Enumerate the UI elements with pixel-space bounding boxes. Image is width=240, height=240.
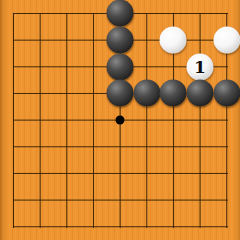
board-cell[interactable] [80, 133, 107, 160]
move-number-label: 1 [186, 53, 213, 80]
board-cell[interactable] [0, 187, 27, 214]
board-cell[interactable] [27, 53, 54, 80]
board-cell[interactable] [187, 213, 214, 240]
board-cell[interactable] [160, 27, 187, 54]
board-cell[interactable] [213, 133, 240, 160]
board-cell[interactable] [160, 107, 187, 134]
black-stone [106, 0, 133, 27]
board-cell[interactable] [0, 133, 27, 160]
board-cell[interactable] [107, 160, 134, 187]
board-cell[interactable] [0, 107, 27, 134]
board-cell[interactable] [107, 107, 134, 134]
board-cell[interactable] [213, 107, 240, 134]
board-cell[interactable] [133, 27, 160, 54]
board-cell[interactable] [0, 160, 27, 187]
board-cell[interactable] [133, 107, 160, 134]
black-stone [133, 80, 160, 107]
board-cell[interactable] [80, 53, 107, 80]
board-cell[interactable] [213, 80, 240, 107]
board-cell[interactable]: 1 [187, 53, 214, 80]
board-cell[interactable] [80, 0, 107, 27]
board-cell[interactable] [80, 160, 107, 187]
board-cell[interactable] [27, 133, 54, 160]
black-stone [213, 80, 240, 107]
board-cell[interactable] [107, 27, 134, 54]
white-stone [213, 26, 240, 53]
board-cell[interactable] [133, 160, 160, 187]
board-cell[interactable] [133, 80, 160, 107]
board-cell[interactable] [80, 187, 107, 214]
board-cell[interactable] [187, 27, 214, 54]
board-cell[interactable] [187, 160, 214, 187]
white-stone [160, 26, 187, 53]
board-cell[interactable] [0, 0, 27, 27]
board-cell[interactable] [213, 187, 240, 214]
board-cell[interactable] [0, 213, 27, 240]
board-cell[interactable] [0, 27, 27, 54]
black-stone [106, 26, 133, 53]
board-cell[interactable] [133, 133, 160, 160]
black-stone [106, 80, 133, 107]
star-point [115, 115, 124, 124]
white-stone: 1 [186, 53, 213, 80]
board-cell[interactable] [53, 0, 80, 27]
board-cell[interactable] [160, 187, 187, 214]
black-stone [160, 80, 187, 107]
board-cell[interactable] [160, 213, 187, 240]
board-cell[interactable] [107, 213, 134, 240]
board-cell[interactable] [187, 0, 214, 27]
board-cell[interactable] [133, 53, 160, 80]
board-cell[interactable] [213, 53, 240, 80]
board-cell[interactable] [107, 80, 134, 107]
board-cell[interactable] [80, 107, 107, 134]
board-cell[interactable] [53, 80, 80, 107]
board-cell[interactable] [107, 187, 134, 214]
board-cell[interactable] [160, 53, 187, 80]
board-cell[interactable] [0, 80, 27, 107]
board-cell[interactable] [27, 0, 54, 27]
board-cell[interactable] [0, 53, 27, 80]
board-cell[interactable] [27, 107, 54, 134]
board-cell[interactable] [27, 213, 54, 240]
board-cell[interactable] [53, 107, 80, 134]
black-stone [186, 80, 213, 107]
board-cell[interactable] [187, 80, 214, 107]
board-cell[interactable] [160, 160, 187, 187]
board-cell[interactable] [53, 160, 80, 187]
board-cell[interactable] [53, 213, 80, 240]
black-stone [106, 53, 133, 80]
board-cell[interactable] [107, 53, 134, 80]
board-cell[interactable] [80, 27, 107, 54]
board-cell[interactable] [107, 133, 134, 160]
board-cell[interactable] [133, 187, 160, 214]
board-cell[interactable] [27, 160, 54, 187]
board-cell[interactable] [53, 27, 80, 54]
board-cell[interactable] [80, 80, 107, 107]
board-cell[interactable] [80, 213, 107, 240]
board-cell[interactable] [213, 213, 240, 240]
board-cell[interactable] [133, 213, 160, 240]
board-cell[interactable] [53, 187, 80, 214]
board-cell[interactable] [133, 0, 160, 27]
go-board: 1 [0, 0, 240, 240]
board-cell[interactable] [213, 160, 240, 187]
board-cell[interactable] [187, 107, 214, 134]
board-cell[interactable] [160, 80, 187, 107]
board-cell[interactable] [27, 27, 54, 54]
board-cells: 1 [0, 0, 240, 240]
board-cell[interactable] [27, 187, 54, 214]
board-cell[interactable] [213, 27, 240, 54]
board-cell[interactable] [187, 133, 214, 160]
board-cell[interactable] [213, 0, 240, 27]
board-cell[interactable] [27, 80, 54, 107]
board-cell[interactable] [107, 0, 134, 27]
board-cell[interactable] [53, 133, 80, 160]
board-cell[interactable] [160, 133, 187, 160]
board-cell[interactable] [187, 187, 214, 214]
board-cell[interactable] [53, 53, 80, 80]
board-cell[interactable] [160, 0, 187, 27]
